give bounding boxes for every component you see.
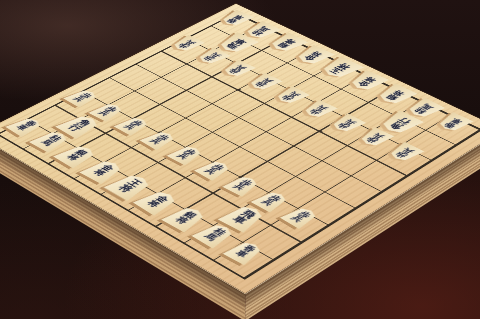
shogi-photo-scene: 香車桂馬銀将金将玉将金将銀将桂馬香車飛車角行歩兵歩兵歩兵歩兵歩兵歩兵歩兵歩兵歩兵… xyxy=(0,0,480,319)
shogi-board: 香車桂馬銀将金将玉将金将銀将桂馬香車飛車角行歩兵歩兵歩兵歩兵歩兵歩兵歩兵歩兵歩兵… xyxy=(0,4,480,294)
perspective-scene: 香車桂馬銀将金将玉将金将銀将桂馬香車飛車角行歩兵歩兵歩兵歩兵歩兵歩兵歩兵歩兵歩兵… xyxy=(0,0,480,319)
